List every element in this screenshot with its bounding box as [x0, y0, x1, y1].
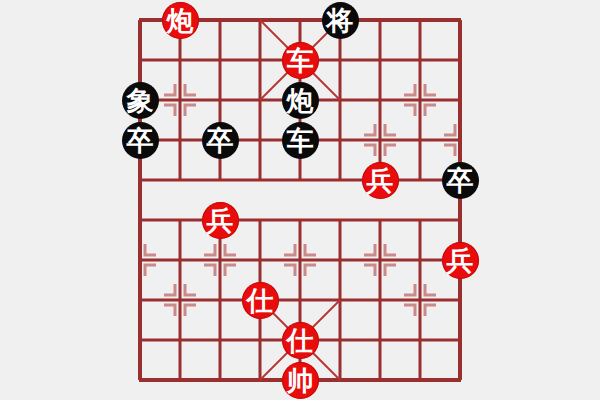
piece-red-cannon[interactable]: 炮: [162, 2, 199, 39]
piece-red-chariot[interactable]: 车: [282, 42, 319, 79]
pieces-layer: 炮将车象炮卒卒车兵卒兵兵仕仕帅: [120, 0, 480, 400]
piece-red-advisor[interactable]: 仕: [242, 282, 279, 319]
xiangqi-app-canvas: 炮将车象炮卒卒车兵卒兵兵仕仕帅: [0, 0, 600, 400]
piece-black-soldier[interactable]: 卒: [442, 162, 479, 199]
piece-red-soldier[interactable]: 兵: [442, 242, 479, 279]
piece-black-cannon[interactable]: 炮: [282, 82, 319, 119]
piece-red-general[interactable]: 帅: [282, 362, 319, 399]
piece-red-soldier[interactable]: 兵: [362, 162, 399, 199]
piece-black-general[interactable]: 将: [322, 2, 359, 39]
piece-red-advisor[interactable]: 仕: [282, 322, 319, 359]
piece-black-elephant[interactable]: 象: [122, 82, 159, 119]
piece-black-soldier[interactable]: 卒: [122, 122, 159, 159]
piece-black-soldier[interactable]: 卒: [202, 122, 239, 159]
piece-black-chariot[interactable]: 车: [282, 122, 319, 159]
piece-red-soldier[interactable]: 兵: [202, 202, 239, 239]
